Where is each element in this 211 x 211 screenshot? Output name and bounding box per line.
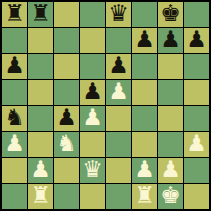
square-d6[interactable]	[80, 54, 105, 79]
black-pawn[interactable]: ♟	[108, 54, 129, 78]
square-b7[interactable]	[28, 28, 53, 53]
square-e6[interactable]: ♟	[106, 54, 131, 79]
black-pawn[interactable]: ♟	[56, 106, 77, 130]
square-g1[interactable]: ♚	[158, 184, 183, 209]
white-pawn[interactable]: ♟	[186, 132, 207, 156]
square-b4[interactable]	[28, 106, 53, 131]
square-a4[interactable]: ♞	[2, 106, 27, 131]
square-h7[interactable]: ♟	[184, 28, 209, 53]
black-pawn[interactable]: ♟	[134, 28, 155, 52]
black-pawn[interactable]: ♟	[186, 28, 207, 52]
black-queen[interactable]: ♛	[108, 2, 129, 26]
square-f1[interactable]: ♜	[132, 184, 157, 209]
square-f7[interactable]: ♟	[132, 28, 157, 53]
square-b3[interactable]	[28, 132, 53, 157]
square-b6[interactable]	[28, 54, 53, 79]
square-h8[interactable]	[184, 2, 209, 27]
square-a5[interactable]	[2, 80, 27, 105]
white-pawn[interactable]: ♟	[4, 132, 25, 156]
white-knight[interactable]: ♞	[56, 132, 77, 156]
square-h1[interactable]	[184, 184, 209, 209]
square-g7[interactable]: ♟	[158, 28, 183, 53]
square-b5[interactable]	[28, 80, 53, 105]
square-a2[interactable]	[2, 158, 27, 183]
white-pawn[interactable]: ♟	[108, 80, 129, 104]
square-a6[interactable]: ♟	[2, 54, 27, 79]
square-g2[interactable]: ♟	[158, 158, 183, 183]
square-c4[interactable]: ♟	[54, 106, 79, 131]
black-rook[interactable]: ♜	[30, 2, 51, 26]
white-king[interactable]: ♚	[160, 184, 181, 208]
square-d5[interactable]: ♟	[80, 80, 105, 105]
square-d3[interactable]	[80, 132, 105, 157]
black-pawn[interactable]: ♟	[160, 28, 181, 52]
black-knight[interactable]: ♞	[4, 106, 25, 130]
square-h4[interactable]	[184, 106, 209, 131]
white-pawn[interactable]: ♟	[82, 106, 103, 130]
square-f5[interactable]	[132, 80, 157, 105]
square-f6[interactable]	[132, 54, 157, 79]
square-g6[interactable]	[158, 54, 183, 79]
square-f4[interactable]	[132, 106, 157, 131]
square-d4[interactable]: ♟	[80, 106, 105, 131]
square-a7[interactable]	[2, 28, 27, 53]
black-pawn[interactable]: ♟	[4, 54, 25, 78]
square-f2[interactable]: ♟	[132, 158, 157, 183]
square-a1[interactable]	[2, 184, 27, 209]
square-h3[interactable]: ♟	[184, 132, 209, 157]
white-pawn[interactable]: ♟	[134, 158, 155, 182]
black-pawn[interactable]: ♟	[82, 80, 103, 104]
square-c7[interactable]	[54, 28, 79, 53]
square-c8[interactable]	[54, 2, 79, 27]
square-e5[interactable]: ♟	[106, 80, 131, 105]
square-d1[interactable]	[80, 184, 105, 209]
square-h2[interactable]	[184, 158, 209, 183]
square-a3[interactable]: ♟	[2, 132, 27, 157]
square-f3[interactable]	[132, 132, 157, 157]
square-d8[interactable]	[80, 2, 105, 27]
square-e2[interactable]	[106, 158, 131, 183]
chess-board: ♜♜♛♚♟♟♟♟♟♟♟♞♟♟♟♞♟♟♛♟♟♜♜♚	[0, 0, 211, 211]
white-rook[interactable]: ♜	[134, 184, 155, 208]
square-g3[interactable]	[158, 132, 183, 157]
square-g8[interactable]: ♚	[158, 2, 183, 27]
square-e1[interactable]	[106, 184, 131, 209]
white-pawn[interactable]: ♟	[30, 158, 51, 182]
square-c1[interactable]	[54, 184, 79, 209]
white-queen[interactable]: ♛	[82, 158, 103, 182]
white-pawn[interactable]: ♟	[160, 158, 181, 182]
square-h5[interactable]	[184, 80, 209, 105]
square-g4[interactable]	[158, 106, 183, 131]
square-d7[interactable]	[80, 28, 105, 53]
black-king[interactable]: ♚	[160, 2, 181, 26]
square-b8[interactable]: ♜	[28, 2, 53, 27]
square-e4[interactable]	[106, 106, 131, 131]
square-c3[interactable]: ♞	[54, 132, 79, 157]
square-b1[interactable]: ♜	[28, 184, 53, 209]
black-rook[interactable]: ♜	[4, 2, 25, 26]
square-c6[interactable]	[54, 54, 79, 79]
square-e3[interactable]	[106, 132, 131, 157]
square-c5[interactable]	[54, 80, 79, 105]
square-h6[interactable]	[184, 54, 209, 79]
square-b2[interactable]: ♟	[28, 158, 53, 183]
square-g5[interactable]	[158, 80, 183, 105]
square-e8[interactable]: ♛	[106, 2, 131, 27]
square-a8[interactable]: ♜	[2, 2, 27, 27]
white-rook[interactable]: ♜	[30, 184, 51, 208]
square-f8[interactable]	[132, 2, 157, 27]
square-d2[interactable]: ♛	[80, 158, 105, 183]
square-c2[interactable]	[54, 158, 79, 183]
square-e7[interactable]	[106, 28, 131, 53]
